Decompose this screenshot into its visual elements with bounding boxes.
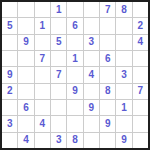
sudoku-cell-r6c2[interactable] bbox=[18, 84, 33, 99]
sudoku-cell-r7c2[interactable]: 6 bbox=[18, 100, 33, 115]
given-digit: 3 bbox=[121, 70, 127, 80]
given-digit: 1 bbox=[72, 54, 78, 64]
sudoku-cell-r5c8[interactable]: 3 bbox=[116, 67, 131, 82]
given-digit: 8 bbox=[121, 5, 127, 15]
sudoku-cell-r9c8[interactable]: 9 bbox=[116, 133, 131, 148]
sudoku-cell-r5c3[interactable] bbox=[35, 67, 50, 82]
given-digit: 1 bbox=[121, 103, 127, 113]
sudoku-app: 17851629534716974329876913494389 bbox=[0, 0, 150, 150]
sudoku-cell-r5c7[interactable] bbox=[100, 67, 115, 82]
sudoku-cell-r4c5[interactable]: 1 bbox=[67, 51, 82, 66]
sudoku-cell-r6c6[interactable] bbox=[84, 84, 99, 99]
sudoku-cell-r6c3[interactable] bbox=[35, 84, 50, 99]
sudoku-cell-r2c5[interactable]: 6 bbox=[67, 18, 82, 33]
sudoku-cell-r3c4[interactable]: 5 bbox=[51, 35, 66, 50]
given-digit: 9 bbox=[121, 135, 127, 145]
sudoku-cell-r5c4[interactable]: 7 bbox=[51, 67, 66, 82]
sudoku-cell-r2c2[interactable] bbox=[18, 18, 33, 33]
sudoku-cell-r4c7[interactable]: 6 bbox=[100, 51, 115, 66]
sudoku-cell-r3c7[interactable] bbox=[100, 35, 115, 50]
given-digit: 5 bbox=[56, 37, 62, 47]
given-digit: 3 bbox=[89, 37, 95, 47]
sudoku-cell-r8c9[interactable] bbox=[133, 116, 148, 131]
given-digit: 2 bbox=[7, 86, 13, 96]
sudoku-cell-r9c3[interactable] bbox=[35, 133, 50, 148]
sudoku-cell-r4c6[interactable] bbox=[84, 51, 99, 66]
sudoku-cell-r4c4[interactable] bbox=[51, 51, 66, 66]
sudoku-cell-r6c7[interactable]: 8 bbox=[100, 84, 115, 99]
given-digit: 4 bbox=[138, 37, 144, 47]
given-digit: 9 bbox=[72, 86, 78, 96]
sudoku-cell-r3c6[interactable]: 3 bbox=[84, 35, 99, 50]
sudoku-cell-r1c1[interactable] bbox=[2, 2, 17, 17]
sudoku-cell-r7c5[interactable] bbox=[67, 100, 82, 115]
given-digit: 4 bbox=[23, 135, 29, 145]
given-digit: 2 bbox=[138, 21, 144, 31]
sudoku-cell-r7c4[interactable] bbox=[51, 100, 66, 115]
given-digit: 6 bbox=[23, 103, 29, 113]
sudoku-cell-r3c2[interactable]: 9 bbox=[18, 35, 33, 50]
sudoku-cell-r5c1[interactable]: 9 bbox=[2, 67, 17, 82]
given-digit: 1 bbox=[40, 21, 46, 31]
sudoku-cell-r7c9[interactable] bbox=[133, 100, 148, 115]
sudoku-cell-r2c9[interactable]: 2 bbox=[133, 18, 148, 33]
sudoku-cell-r8c5[interactable] bbox=[67, 116, 82, 131]
sudoku-cell-r8c8[interactable] bbox=[116, 116, 131, 131]
sudoku-cell-r1c5[interactable] bbox=[67, 2, 82, 17]
given-digit: 8 bbox=[72, 135, 78, 145]
sudoku-cell-r3c5[interactable] bbox=[67, 35, 82, 50]
sudoku-cell-r8c2[interactable] bbox=[18, 116, 33, 131]
given-digit: 4 bbox=[89, 70, 95, 80]
sudoku-cell-r4c8[interactable] bbox=[116, 51, 131, 66]
sudoku-cell-r9c7[interactable] bbox=[100, 133, 115, 148]
given-digit: 7 bbox=[105, 5, 111, 15]
sudoku-cell-r9c6[interactable] bbox=[84, 133, 99, 148]
sudoku-cell-r1c2[interactable] bbox=[18, 2, 33, 17]
sudoku-cell-r4c1[interactable] bbox=[2, 51, 17, 66]
sudoku-cell-r6c8[interactable] bbox=[116, 84, 131, 99]
given-digit: 9 bbox=[7, 70, 13, 80]
sudoku-cell-r7c3[interactable] bbox=[35, 100, 50, 115]
sudoku-cell-r9c5[interactable]: 8 bbox=[67, 133, 82, 148]
sudoku-cell-r2c1[interactable]: 5 bbox=[2, 18, 17, 33]
sudoku-cell-r4c9[interactable] bbox=[133, 51, 148, 66]
given-digit: 6 bbox=[72, 21, 78, 31]
sudoku-cell-r3c8[interactable] bbox=[116, 35, 131, 50]
given-digit: 5 bbox=[7, 21, 13, 31]
sudoku-cell-r5c5[interactable] bbox=[67, 67, 82, 82]
sudoku-cell-r8c1[interactable]: 3 bbox=[2, 116, 17, 131]
sudoku-cell-r5c9[interactable] bbox=[133, 67, 148, 82]
sudoku-cell-r6c4[interactable] bbox=[51, 84, 66, 99]
sudoku-cell-r2c8[interactable] bbox=[116, 18, 131, 33]
sudoku-cell-r6c5[interactable]: 9 bbox=[67, 84, 82, 99]
given-digit: 7 bbox=[40, 54, 46, 64]
given-digit: 1 bbox=[56, 5, 62, 15]
given-digit: 7 bbox=[138, 86, 144, 96]
given-digit: 8 bbox=[105, 86, 111, 96]
sudoku-cell-r1c8[interactable]: 8 bbox=[116, 2, 131, 17]
sudoku-cell-r8c3[interactable]: 4 bbox=[35, 116, 50, 131]
given-digit: 7 bbox=[56, 70, 62, 80]
sudoku-cell-r8c7[interactable]: 9 bbox=[100, 116, 115, 131]
sudoku-cell-r1c6[interactable] bbox=[84, 2, 99, 17]
sudoku-cell-r9c1[interactable] bbox=[2, 133, 17, 148]
given-digit: 3 bbox=[7, 119, 13, 129]
sudoku-board: 17851629534716974329876913494389 bbox=[0, 0, 150, 150]
sudoku-cell-r7c1[interactable] bbox=[2, 100, 17, 115]
sudoku-cell-r1c7[interactable]: 7 bbox=[100, 2, 115, 17]
sudoku-cell-r2c4[interactable] bbox=[51, 18, 66, 33]
sudoku-cell-r9c4[interactable]: 3 bbox=[51, 133, 66, 148]
sudoku-cell-r5c6[interactable]: 4 bbox=[84, 67, 99, 82]
given-digit: 9 bbox=[23, 37, 29, 47]
sudoku-cell-r6c9[interactable]: 7 bbox=[133, 84, 148, 99]
sudoku-cell-r4c2[interactable] bbox=[18, 51, 33, 66]
sudoku-cell-r8c6[interactable] bbox=[84, 116, 99, 131]
sudoku-cell-r1c9[interactable] bbox=[133, 2, 148, 17]
sudoku-cell-r3c1[interactable] bbox=[2, 35, 17, 50]
sudoku-cell-r4c3[interactable]: 7 bbox=[35, 51, 50, 66]
given-digit: 9 bbox=[89, 103, 95, 113]
given-digit: 4 bbox=[40, 119, 46, 129]
sudoku-cell-r7c6[interactable]: 9 bbox=[84, 100, 99, 115]
given-digit: 9 bbox=[105, 119, 111, 129]
given-digit: 6 bbox=[105, 54, 111, 64]
sudoku-cell-r3c9[interactable]: 4 bbox=[133, 35, 148, 50]
sudoku-cell-r7c8[interactable]: 1 bbox=[116, 100, 131, 115]
sudoku-cell-r8c4[interactable] bbox=[51, 116, 66, 131]
sudoku-cell-r2c3[interactable]: 1 bbox=[35, 18, 50, 33]
sudoku-cell-r1c3[interactable] bbox=[35, 2, 50, 17]
sudoku-cell-r7c7[interactable] bbox=[100, 100, 115, 115]
given-digit: 3 bbox=[56, 135, 62, 145]
sudoku-cell-r9c2[interactable]: 4 bbox=[18, 133, 33, 148]
sudoku-cell-r6c1[interactable]: 2 bbox=[2, 84, 17, 99]
sudoku-cell-r3c3[interactable] bbox=[35, 35, 50, 50]
sudoku-cell-r9c9[interactable] bbox=[133, 133, 148, 148]
sudoku-cell-r5c2[interactable] bbox=[18, 67, 33, 82]
sudoku-cell-r2c6[interactable] bbox=[84, 18, 99, 33]
sudoku-cell-r2c7[interactable] bbox=[100, 18, 115, 33]
sudoku-cell-r1c4[interactable]: 1 bbox=[51, 2, 66, 17]
